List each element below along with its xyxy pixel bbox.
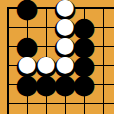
intersection-r4c1[interactable]	[0, 56, 18, 75]
intersection-r5c5[interactable]: ●	[75, 75, 94, 94]
intersection-r6c5[interactable]	[75, 94, 94, 113]
go-board: ●●●●●●●●●●●●●●●●●●●●●	[0, 0, 114, 114]
intersection-r5c2[interactable]: ●	[18, 75, 37, 94]
intersection-r3c3[interactable]	[37, 37, 56, 56]
intersection-r5c4[interactable]: ●	[56, 75, 75, 94]
white-stone: ●●	[56, 18, 75, 37]
black-stone: ●	[75, 37, 94, 56]
white-stone: ●●	[56, 37, 75, 56]
intersection-r6c4[interactable]	[56, 94, 75, 113]
intersection-r1c1[interactable]	[0, 0, 18, 18]
black-stone: ●	[18, 75, 37, 94]
intersection-r6c3[interactable]	[37, 94, 56, 113]
white-stone: ●●	[37, 56, 56, 75]
intersection-r1c2[interactable]: ●	[18, 0, 37, 18]
intersection-r4c6[interactable]	[94, 56, 113, 75]
intersection-r6c1[interactable]	[0, 94, 18, 113]
black-stone: ●	[56, 75, 75, 94]
intersection-r1c6[interactable]	[94, 0, 113, 18]
intersection-r5c3[interactable]: ●	[37, 75, 56, 94]
intersection-r1c4[interactable]: ●●	[56, 0, 75, 18]
intersection-r3c6[interactable]	[94, 37, 113, 56]
intersection-r1c3[interactable]	[37, 0, 56, 18]
intersection-r2c4[interactable]: ●●	[56, 18, 75, 37]
intersection-r3c1[interactable]	[0, 37, 18, 56]
black-stone: ●	[75, 18, 94, 37]
intersection-r6c6[interactable]	[94, 94, 113, 113]
intersection-r4c3[interactable]: ●●	[37, 56, 56, 75]
white-stone: ●●	[56, 56, 75, 75]
intersection-r5c1[interactable]	[0, 75, 18, 94]
black-stone: ●	[75, 56, 94, 75]
intersection-r3c5[interactable]: ●	[75, 37, 94, 56]
white-stone: ●●	[18, 56, 37, 75]
intersection-r2c6[interactable]	[94, 18, 113, 37]
intersection-r3c4[interactable]: ●●	[56, 37, 75, 56]
intersection-r4c5[interactable]: ●	[75, 56, 94, 75]
intersection-r1c5[interactable]	[75, 0, 94, 18]
intersection-r2c3[interactable]	[37, 18, 56, 37]
black-stone: ●	[37, 75, 56, 94]
white-stone: ●●	[56, 0, 75, 18]
board-intersections: ●●●●●●●●●●●●●●●●●●●●●	[0, 0, 113, 113]
intersection-r2c5[interactable]: ●	[75, 18, 94, 37]
intersection-r5c6[interactable]	[94, 75, 113, 94]
intersection-r2c2[interactable]	[18, 18, 37, 37]
intersection-r6c2[interactable]	[18, 94, 37, 113]
intersection-r3c2[interactable]: ●	[18, 37, 37, 56]
black-stone: ●	[18, 0, 37, 18]
intersection-r4c4[interactable]: ●●	[56, 56, 75, 75]
black-stone: ●	[75, 75, 94, 94]
intersection-r4c2[interactable]: ●●	[18, 56, 37, 75]
intersection-r2c1[interactable]	[0, 18, 18, 37]
black-stone: ●	[18, 37, 37, 56]
